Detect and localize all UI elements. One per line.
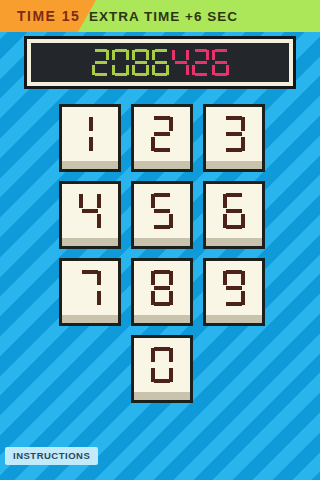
display-digit-2 xyxy=(192,49,209,76)
key-9[interactable] xyxy=(203,258,265,326)
key-2[interactable] xyxy=(131,104,193,172)
number-display xyxy=(24,36,296,89)
game-screen: TIME 15 EXTRA TIME +6 SEC INSTRUCTIONS xyxy=(0,0,320,480)
key-6[interactable] xyxy=(203,181,265,249)
display-digit-2 xyxy=(92,49,109,76)
display-digits xyxy=(31,43,289,82)
display-digit-6 xyxy=(212,49,229,76)
key-5[interactable] xyxy=(131,181,193,249)
instructions-button[interactable]: INSTRUCTIONS xyxy=(5,447,98,465)
key-1[interactable] xyxy=(59,104,121,172)
display-digit-4 xyxy=(172,49,189,76)
display-digit-8 xyxy=(132,49,149,76)
display-digit-6 xyxy=(152,49,169,76)
key-8[interactable] xyxy=(131,258,193,326)
key-0[interactable] xyxy=(131,335,193,403)
display-digit-0 xyxy=(112,49,129,76)
time-label: TIME 15 xyxy=(17,0,80,32)
extra-time-label: EXTRA TIME +6 SEC xyxy=(89,0,238,32)
key-4[interactable] xyxy=(59,181,121,249)
key-3[interactable] xyxy=(203,104,265,172)
key-7[interactable] xyxy=(59,258,121,326)
header-bar: TIME 15 EXTRA TIME +6 SEC xyxy=(0,0,320,32)
